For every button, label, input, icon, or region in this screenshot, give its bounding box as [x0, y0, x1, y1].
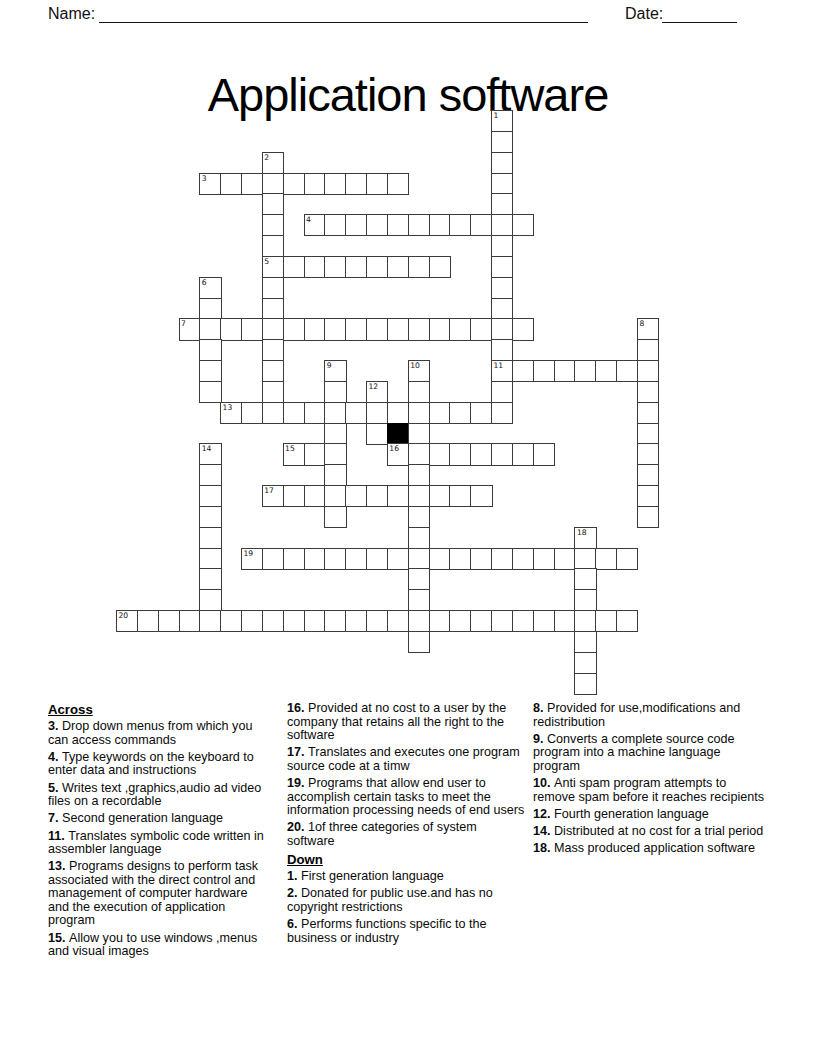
- cell-r18c10[interactable]: [324, 485, 346, 507]
- clue-3: 3. Drop down menus from which you can ac…: [48, 720, 270, 747]
- crossword-grid: 1234567891011121314151617181920: [116, 110, 659, 694]
- cell-r14c10[interactable]: [324, 402, 346, 424]
- cell-r8c18[interactable]: [491, 277, 513, 299]
- cell-r14c16[interactable]: [449, 402, 471, 424]
- cell-r3c8[interactable]: [283, 173, 305, 195]
- cell-r5c18[interactable]: [491, 214, 513, 236]
- cell-r5c11[interactable]: [345, 214, 367, 236]
- cell-r3c5[interactable]: [220, 173, 242, 195]
- cell-r12c7[interactable]: [262, 360, 284, 382]
- cell-number-6: 6: [202, 279, 207, 287]
- cell-r13c14[interactable]: [408, 381, 430, 403]
- cell-r24c5[interactable]: [220, 610, 242, 632]
- cell-r8c7[interactable]: [262, 277, 284, 299]
- cell-r24c24[interactable]: [616, 610, 638, 632]
- cell-r11c4[interactable]: [199, 339, 221, 361]
- cell-r10c5[interactable]: [220, 318, 242, 340]
- cell-r18c9[interactable]: [304, 485, 326, 507]
- cell-r22c22[interactable]: [574, 568, 596, 590]
- cell-r7c11[interactable]: [345, 256, 367, 278]
- cell-r10c9[interactable]: [304, 318, 326, 340]
- cell-r16c14[interactable]: [408, 443, 430, 465]
- cell-r7c13[interactable]: [387, 256, 409, 278]
- cell-number-5: 5: [264, 258, 269, 266]
- cell-r16c16[interactable]: [449, 443, 471, 465]
- cell-number-15: 15: [285, 445, 295, 453]
- cell-r11c7[interactable]: [262, 339, 284, 361]
- cell-r16c17[interactable]: [470, 443, 492, 465]
- cell-r23c4[interactable]: [199, 589, 221, 611]
- clue-4: 4. Type keywords on the keyboard to ente…: [48, 751, 270, 778]
- cell-r5c12[interactable]: [366, 214, 388, 236]
- cell-r24c7[interactable]: [262, 610, 284, 632]
- cell-r5c17[interactable]: [470, 214, 492, 236]
- clue-13: 13. Programs designs to perform task ass…: [48, 860, 270, 928]
- cell-r3c13[interactable]: [387, 173, 409, 195]
- cell-r7c10[interactable]: [324, 256, 346, 278]
- cell-number-4: 4: [306, 216, 311, 224]
- cell-r21c20[interactable]: [533, 548, 555, 570]
- cell-r19c4[interactable]: [199, 506, 221, 528]
- cell-r14c7[interactable]: [262, 402, 284, 424]
- cell-r24c20[interactable]: [533, 610, 555, 632]
- cell-r21c22[interactable]: [574, 548, 596, 570]
- cell-r25c14[interactable]: [408, 631, 430, 653]
- clues-section-header-across: Across: [48, 702, 270, 717]
- cell-r3c11[interactable]: [345, 173, 367, 195]
- cell-r24c15[interactable]: [429, 610, 451, 632]
- cell-number-7: 7: [181, 320, 186, 328]
- cell-r14c14[interactable]: [408, 402, 430, 424]
- cell-r15c25[interactable]: [637, 423, 659, 445]
- cell-r21c24[interactable]: [616, 548, 638, 570]
- cell-r14c13[interactable]: [387, 402, 409, 424]
- cell-r16c15[interactable]: [429, 443, 451, 465]
- cell-r24c14[interactable]: [408, 610, 430, 632]
- clue-17: 17. Translates and executes one program …: [287, 746, 527, 773]
- cell-r18c13[interactable]: [387, 485, 409, 507]
- cell-r9c4[interactable]: [199, 298, 221, 320]
- cell-r9c18[interactable]: [491, 298, 513, 320]
- cell-r18c8[interactable]: [283, 485, 305, 507]
- cell-r10c15[interactable]: [429, 318, 451, 340]
- cell-r13c7[interactable]: [262, 381, 284, 403]
- clue-6: 6. Performs functions specific to the bu…: [287, 918, 527, 945]
- cell-r21c15[interactable]: [429, 548, 451, 570]
- cell-number-14: 14: [202, 445, 212, 453]
- cell-r10c19[interactable]: [512, 318, 534, 340]
- date-label: Date:: [625, 5, 663, 23]
- cell-r21c4[interactable]: [199, 548, 221, 570]
- cell-r24c4[interactable]: [199, 610, 221, 632]
- cell-r7c12[interactable]: [366, 256, 388, 278]
- cell-r12c19[interactable]: [512, 360, 534, 382]
- cell-r13c10[interactable]: [324, 381, 346, 403]
- clue-19: 19. Programs that allow end user to acco…: [287, 777, 527, 818]
- cell-r17c10[interactable]: [324, 464, 346, 486]
- cell-r24c11[interactable]: [345, 610, 367, 632]
- cell-r3c7[interactable]: [262, 173, 284, 195]
- cell-r9c7[interactable]: [262, 298, 284, 320]
- cell-r7c18[interactable]: [491, 256, 513, 278]
- cell-r18c12[interactable]: [366, 485, 388, 507]
- cell-r4c18[interactable]: [491, 193, 513, 215]
- clue-11: 11. Translates symbolic code written in …: [48, 830, 270, 857]
- cell-r10c14[interactable]: [408, 318, 430, 340]
- cell-r12c21[interactable]: [554, 360, 576, 382]
- name-blank-line[interactable]: [99, 6, 588, 23]
- cell-r15c14[interactable]: [408, 423, 430, 445]
- cell-r21c11[interactable]: [345, 548, 367, 570]
- cell-r6c7[interactable]: [262, 235, 284, 257]
- cell-number-19: 19: [243, 550, 253, 558]
- cell-r16c20[interactable]: [533, 443, 555, 465]
- cell-r21c10[interactable]: [324, 548, 346, 570]
- clues-section-header-down: Down: [287, 852, 527, 867]
- cell-r3c9[interactable]: [304, 173, 326, 195]
- cell-r4c7[interactable]: [262, 193, 284, 215]
- cell-r14c25[interactable]: [637, 402, 659, 424]
- clue-9: 9. Converts a complete source code progr…: [533, 733, 771, 774]
- clue-15: 15. Allow you to use windows ,menus and …: [48, 932, 270, 959]
- cell-r5c14[interactable]: [408, 214, 430, 236]
- cell-r21c8[interactable]: [283, 548, 305, 570]
- cell-r16c9[interactable]: [304, 443, 326, 465]
- cell-r10c13[interactable]: [387, 318, 409, 340]
- cell-r2c18[interactable]: [491, 152, 513, 174]
- cell-r22c4[interactable]: [199, 568, 221, 590]
- cell-number-11: 11: [494, 362, 504, 370]
- cell-number-13: 13: [223, 404, 233, 412]
- cell-r19c25[interactable]: [637, 506, 659, 528]
- cell-r10c18[interactable]: [491, 318, 513, 340]
- cell-r14c18[interactable]: [491, 402, 513, 424]
- cell-r10c12[interactable]: [366, 318, 388, 340]
- cell-r3c6[interactable]: [241, 173, 263, 195]
- cell-number-17: 17: [264, 487, 274, 495]
- cell-r13c18[interactable]: [491, 381, 513, 403]
- clue-12: 12. Fourth generation language: [533, 808, 771, 822]
- cell-r23c14[interactable]: [408, 589, 430, 611]
- cell-number-9: 9: [327, 362, 332, 370]
- cell-r24c6[interactable]: [241, 610, 263, 632]
- cell-r12c23[interactable]: [595, 360, 617, 382]
- cell-r1c18[interactable]: [491, 131, 513, 153]
- cell-r18c15[interactable]: [429, 485, 451, 507]
- cell-r5c15[interactable]: [429, 214, 451, 236]
- cell-r12c22[interactable]: [574, 360, 596, 382]
- clue-column-1: Across3. Drop down menus from which you …: [48, 702, 270, 963]
- cell-r10c7[interactable]: [262, 318, 284, 340]
- cell-r5c16[interactable]: [449, 214, 471, 236]
- cell-r21c19[interactable]: [512, 548, 534, 570]
- cell-r14c17[interactable]: [470, 402, 492, 424]
- cell-r17c14[interactable]: [408, 464, 430, 486]
- cell-r13c4[interactable]: [199, 381, 221, 403]
- cell-r24c21[interactable]: [554, 610, 576, 632]
- cell-r5c13[interactable]: [387, 214, 409, 236]
- cell-r21c16[interactable]: [449, 548, 471, 570]
- date-blank-line[interactable]: [662, 6, 737, 23]
- name-label: Name:: [48, 5, 95, 23]
- black-cell-r15c13: [387, 423, 409, 445]
- clue-14: 14. Distributed at no cost for a trial p…: [533, 825, 771, 839]
- cell-r14c12[interactable]: [366, 402, 388, 424]
- cell-r13c25[interactable]: [637, 381, 659, 403]
- cell-r12c4[interactable]: [199, 360, 221, 382]
- cell-r3c10[interactable]: [324, 173, 346, 195]
- cell-r23c22[interactable]: [574, 589, 596, 611]
- cell-r19c14[interactable]: [408, 506, 430, 528]
- cell-number-8: 8: [639, 320, 644, 328]
- cell-r24c2[interactable]: [158, 610, 180, 632]
- cell-r24c16[interactable]: [449, 610, 471, 632]
- cell-r24c10[interactable]: [324, 610, 346, 632]
- clue-5: 5. Writes text ,graphics,audio ad video …: [48, 782, 270, 809]
- cell-r14c11[interactable]: [345, 402, 367, 424]
- cell-number-10: 10: [410, 362, 420, 370]
- clue-1: 1. First generation language: [287, 870, 527, 884]
- cell-r24c1[interactable]: [137, 610, 159, 632]
- cell-r24c19[interactable]: [512, 610, 534, 632]
- cell-r21c9[interactable]: [304, 548, 326, 570]
- cell-r7c9[interactable]: [304, 256, 326, 278]
- cell-r10c4[interactable]: [199, 318, 221, 340]
- cell-r14c6[interactable]: [241, 402, 263, 424]
- cell-r21c12[interactable]: [366, 548, 388, 570]
- cell-r16c25[interactable]: [637, 443, 659, 465]
- cell-r12c25[interactable]: [637, 360, 659, 382]
- cell-r14c8[interactable]: [283, 402, 305, 424]
- cell-r3c18[interactable]: [491, 173, 513, 195]
- cell-r24c13[interactable]: [387, 610, 409, 632]
- cell-number-16: 16: [389, 445, 399, 453]
- cell-r16c10[interactable]: [324, 443, 346, 465]
- cell-r10c8[interactable]: [283, 318, 305, 340]
- cell-r18c14[interactable]: [408, 485, 430, 507]
- cell-r24c9[interactable]: [304, 610, 326, 632]
- cell-r21c17[interactable]: [470, 548, 492, 570]
- cell-r10c17[interactable]: [470, 318, 492, 340]
- cell-r24c12[interactable]: [366, 610, 388, 632]
- cell-r3c12[interactable]: [366, 173, 388, 195]
- cell-r26c22[interactable]: [574, 652, 596, 674]
- cell-r18c25[interactable]: [637, 485, 659, 507]
- cell-r18c11[interactable]: [345, 485, 367, 507]
- cell-r27c22[interactable]: [574, 673, 596, 695]
- cell-r14c9[interactable]: [304, 402, 326, 424]
- clue-2: 2. Donated for public use.and has no cop…: [287, 887, 527, 914]
- cell-r19c10[interactable]: [324, 506, 346, 528]
- cell-number-20: 20: [118, 612, 128, 620]
- cell-r5c19[interactable]: [512, 214, 534, 236]
- cell-r10c6[interactable]: [241, 318, 263, 340]
- cell-r24c18[interactable]: [491, 610, 513, 632]
- cell-r22c14[interactable]: [408, 568, 430, 590]
- cell-r21c14[interactable]: [408, 548, 430, 570]
- cell-number-18: 18: [577, 529, 587, 537]
- cell-r24c22[interactable]: [574, 610, 596, 632]
- cell-r24c23[interactable]: [595, 610, 617, 632]
- cell-number-1: 1: [494, 112, 499, 120]
- cell-r25c22[interactable]: [574, 631, 596, 653]
- clue-18: 18. Mass produced application software: [533, 842, 771, 856]
- cell-r11c25[interactable]: [637, 339, 659, 361]
- cell-r21c7[interactable]: [262, 548, 284, 570]
- cell-r21c23[interactable]: [595, 548, 617, 570]
- clue-16: 16. Provided at no cost to a user by the…: [287, 702, 527, 743]
- cell-r15c12[interactable]: [366, 423, 388, 445]
- cell-r10c11[interactable]: [345, 318, 367, 340]
- clue-column-3: 8. Provided for use,modifications and re…: [533, 702, 771, 860]
- cell-r16c19[interactable]: [512, 443, 534, 465]
- cell-r7c8[interactable]: [283, 256, 305, 278]
- cell-r21c13[interactable]: [387, 548, 409, 570]
- cell-r24c3[interactable]: [179, 610, 201, 632]
- cell-r17c25[interactable]: [637, 464, 659, 486]
- cell-r21c21[interactable]: [554, 548, 576, 570]
- cell-r7c15[interactable]: [429, 256, 451, 278]
- clue-20: 20. 1of three categories of system softw…: [287, 821, 527, 848]
- clue-8: 8. Provided for use,modifications and re…: [533, 702, 771, 729]
- cell-r7c14[interactable]: [408, 256, 430, 278]
- cell-r20c14[interactable]: [408, 527, 430, 549]
- cell-r17c4[interactable]: [199, 464, 221, 486]
- cell-r16c18[interactable]: [491, 443, 513, 465]
- cell-r20c4[interactable]: [199, 527, 221, 549]
- clue-column-2: 16. Provided at no cost to a user by the…: [287, 702, 527, 949]
- cell-r21c18[interactable]: [491, 548, 513, 570]
- cell-number-2: 2: [264, 154, 269, 162]
- cell-number-3: 3: [202, 175, 207, 183]
- cell-r5c10[interactable]: [324, 214, 346, 236]
- cell-number-12: 12: [368, 383, 378, 391]
- cell-r18c17[interactable]: [470, 485, 492, 507]
- cell-r18c4[interactable]: [199, 485, 221, 507]
- cell-r24c17[interactable]: [470, 610, 492, 632]
- cell-r12c24[interactable]: [616, 360, 638, 382]
- cell-r18c16[interactable]: [449, 485, 471, 507]
- cell-r24c8[interactable]: [283, 610, 305, 632]
- cell-r12c20[interactable]: [533, 360, 555, 382]
- clue-10: 10. Anti spam program attempts to remove…: [533, 777, 771, 804]
- clue-7: 7. Second generation language: [48, 812, 270, 826]
- cell-r6c18[interactable]: [491, 235, 513, 257]
- cell-r5c7[interactable]: [262, 214, 284, 236]
- cell-r15c10[interactable]: [324, 423, 346, 445]
- cell-r10c16[interactable]: [449, 318, 471, 340]
- cell-r14c15[interactable]: [429, 402, 451, 424]
- cell-r10c10[interactable]: [324, 318, 346, 340]
- cell-r11c18[interactable]: [491, 339, 513, 361]
